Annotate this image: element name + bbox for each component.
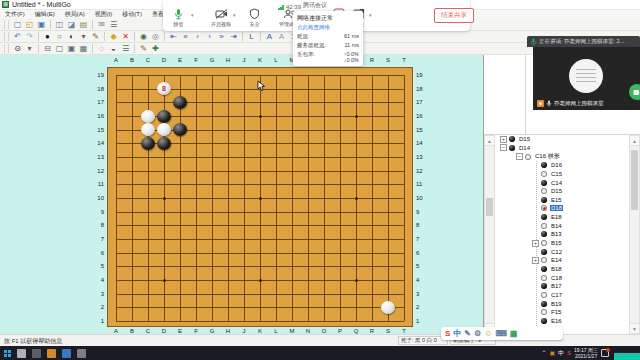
tree-node-label: B19 [550, 301, 563, 307]
coord-number-left: 8 [90, 222, 104, 228]
white-stone-s2 [381, 301, 395, 314]
black-stone-e15 [173, 123, 187, 136]
speaking-banner: 正在讲话: 乔老师网上围棋课堂: 2... [527, 36, 640, 47]
tray-sogou-icon[interactable]: S [567, 349, 571, 357]
setup-stone-icon[interactable]: ◐ [66, 32, 77, 42]
camera-icon [633, 89, 640, 96]
move-number-label: 8 [162, 85, 166, 92]
tree-node-label: C16 棋形 [534, 152, 561, 161]
coord-number-right: 1 [416, 318, 430, 324]
coord-number-right: 19 [416, 72, 430, 78]
tree-node-e18[interactable]: E18 [496, 213, 563, 222]
tree-node-label: B17 [550, 283, 563, 289]
caption-mic-icon [546, 100, 552, 107]
grid-line [276, 75, 277, 321]
grid-line [404, 75, 405, 321]
coord-letter-top: T [399, 57, 409, 63]
jump-branch-icon[interactable]: L [246, 32, 257, 42]
tree-node-label: C18 [550, 275, 563, 281]
copy-image-icon[interactable]: ◪ [66, 20, 77, 30]
coord-letter-top: L [271, 57, 281, 63]
tree-node-label: B14 [550, 223, 563, 229]
edit-label-icon[interactable]: ✎ [90, 32, 101, 42]
collapse-minus-icon[interactable]: − [500, 144, 507, 151]
coord-number-left: 7 [90, 236, 104, 242]
coord-number-left: 4 [90, 277, 104, 283]
black-stone-icon [541, 214, 547, 220]
taskbar-clock[interactable]: 19:17 周三 2021/1/27 [574, 347, 598, 359]
star-point [259, 197, 262, 200]
board-view-2-icon[interactable]: ▢ [54, 44, 65, 54]
white-stone-icon [541, 309, 547, 315]
coord-number-left: 17 [90, 99, 104, 105]
pen-icon[interactable]: ✎ [464, 329, 471, 339]
board-view-4-icon[interactable]: ▦ [78, 44, 89, 54]
input-chinese-icon[interactable]: 中 [453, 329, 461, 339]
coord-number-right: 2 [416, 304, 430, 310]
grid-line [388, 75, 389, 321]
coord-number-left: 13 [90, 154, 104, 160]
coord-number-right: 15 [416, 127, 430, 133]
coord-number-left: 15 [90, 127, 104, 133]
toolbox-icon[interactable]: ▦ [510, 329, 518, 339]
black-stone-icon [541, 162, 547, 168]
toolbar-separator [134, 32, 135, 41]
coord-number-right: 10 [416, 195, 430, 201]
star-point [355, 115, 358, 118]
menu-item-0[interactable]: 文件(F) [0, 10, 30, 19]
menu-item-1[interactable]: 编辑(E) [30, 10, 60, 19]
window-title: Untitled * - MultiGo [12, 1, 71, 8]
toolbar-separator [242, 32, 243, 41]
end-share-button[interactable]: 结束共享 [434, 8, 474, 23]
tree-node-d15[interactable]: +D15 [496, 135, 531, 144]
nav-fwd10-icon[interactable]: » [216, 32, 227, 42]
star-point [259, 115, 262, 118]
star-point [163, 279, 166, 282]
tree-node-label: B13 [550, 231, 563, 237]
tree-node-label: C15 [550, 171, 563, 177]
mark-letter-b-icon[interactable]: A [276, 32, 287, 42]
tree-node-b17[interactable]: B17 [496, 282, 563, 291]
annotate-pencil-icon[interactable]: ✎ [138, 44, 149, 54]
coord-number-left: 12 [90, 168, 104, 174]
coord-number-right: 7 [416, 236, 430, 242]
tree-node-c18[interactable]: C18 [496, 273, 563, 282]
mark-letter-a-icon[interactable]: A [264, 32, 275, 42]
network-status-panel: 网络连接正常 点此检查网络 延迟:61 ms 服务器延迟:11 ms 丢包率: … [293, 11, 363, 66]
hand-cursor-icon [256, 80, 266, 92]
coord-number-left: 6 [90, 250, 104, 256]
white-stone-icon [541, 292, 547, 298]
coord-letter-top: A [111, 57, 121, 63]
coord-letter-top: C [143, 57, 153, 63]
coord-number-left: 10 [90, 195, 104, 201]
grid-line [116, 253, 404, 254]
coord-letter-top: F [191, 57, 201, 63]
screen: ⊞ Untitled * - MultiGo 文件(F)编辑(E)棋局(A)视图… [0, 0, 640, 360]
current-move-marker [543, 207, 546, 210]
black-stone-icon [541, 180, 547, 186]
microphone-icon [173, 8, 184, 20]
nav-next-icon[interactable]: › [204, 32, 215, 42]
coord-letter-top: H [223, 57, 233, 63]
black-stone-icon [541, 266, 547, 272]
black-stone-d16 [157, 110, 171, 123]
sogou-input-toolbar[interactable]: S中✎⚙☺⌨▦ [441, 327, 563, 340]
coord-number-right: 18 [416, 86, 430, 92]
black-stone-icon [541, 283, 547, 289]
save-file-icon[interactable]: ▣ [36, 20, 47, 30]
expand-plus-icon[interactable]: + [532, 240, 539, 247]
globe-icon[interactable]: ◉ [138, 32, 149, 42]
menu-item-4[interactable]: 移动(T) [117, 10, 147, 19]
board-view-3-icon[interactable]: ▣ [66, 44, 77, 54]
tree-node-b18[interactable]: B18 [496, 265, 563, 274]
toolbar-separator [38, 32, 39, 41]
black-stone-d14 [157, 137, 171, 150]
tree-node-d16[interactable]: D16 [496, 161, 563, 170]
coord-letter-top: K [255, 57, 265, 63]
mouse-cursor [256, 78, 266, 96]
toolbar-separator [50, 20, 51, 29]
settings-gear-icon[interactable]: ⚙ [474, 329, 481, 339]
coord-number-right: 13 [416, 154, 430, 160]
tree-node-label: E18 [550, 214, 563, 220]
scroll-up-icon[interactable]: ▲ [485, 136, 494, 146]
speaking-mic-icon [530, 38, 537, 46]
black-stone-e17 [173, 96, 187, 109]
globe-outline-icon[interactable]: ◎ [150, 32, 161, 42]
collapse-minus-icon[interactable]: − [516, 153, 523, 160]
taskbar-app-5[interactable] [77, 349, 86, 358]
tree-node-label: C14 [550, 180, 563, 186]
scrollbar-thumb[interactable] [631, 150, 638, 210]
coord-number-right: 9 [416, 209, 430, 215]
star-point [259, 279, 262, 282]
scroll-down-icon[interactable]: ▼ [630, 323, 639, 333]
packet-loss-down: ↓0.0% [344, 57, 359, 63]
expand-plus-icon[interactable]: + [532, 257, 539, 264]
tree-node-label: D15 [550, 188, 563, 194]
grid-line [116, 212, 404, 213]
coord-number-right: 11 [416, 181, 430, 187]
latency-value: 61 ms [344, 33, 359, 40]
tree-node-label: C12 [550, 249, 563, 255]
presenter-avatar-icon [537, 100, 544, 107]
white-stone-icon [541, 240, 547, 246]
network-check-link[interactable]: 点此检查网络 [297, 24, 359, 31]
taskbar-app-3[interactable] [47, 349, 56, 358]
open-file-icon[interactable]: ◱ [24, 20, 35, 30]
server-latency-value: 11 ms [344, 42, 359, 49]
video-logo-circle [569, 59, 603, 93]
coord-letter-top: D [159, 57, 169, 63]
video-caption: 乔老师网上围棋课堂 [537, 100, 604, 107]
add-node-icon[interactable]: ✚ [150, 44, 161, 54]
notification-badge [606, 348, 610, 352]
server-latency-label: 服务器延迟: [297, 42, 326, 49]
start-button[interactable] [0, 346, 14, 360]
grid-line [292, 75, 293, 321]
tree-node-label: E14 [550, 257, 563, 263]
play-white-stone-icon[interactable]: ○ [54, 32, 65, 42]
grid-line [116, 225, 404, 226]
white-stone-icon [541, 205, 547, 211]
coord-number-left: 5 [90, 263, 104, 269]
tree-node-b15[interactable]: +B15 [496, 239, 563, 248]
star-point [355, 279, 358, 282]
security-button[interactable]: 安全 [249, 8, 260, 27]
share-options-caret-icon[interactable]: ▾ [369, 12, 372, 18]
tray-ime-icon[interactable]: 中 [558, 349, 564, 357]
toolbar-separator [104, 32, 105, 41]
coord-number-right: 14 [416, 140, 430, 146]
black-stone-icon [541, 249, 547, 255]
tree-node-label: E16 [550, 318, 563, 324]
shield-icon [249, 8, 260, 20]
black-stone-icon [541, 197, 547, 203]
next-stone-color-icon[interactable]: ⊙ [12, 44, 23, 54]
emoji-icon[interactable]: ☺ [484, 329, 492, 339]
coord-letter-top: J [239, 57, 249, 63]
tree-node-label: E15 [550, 197, 563, 203]
star-point [355, 197, 358, 200]
coord-number-right: 16 [416, 113, 430, 119]
tree-node-b13[interactable]: B13 [496, 230, 563, 239]
tray-expand-icon[interactable]: ⌃ [541, 349, 546, 357]
taskbar-apps [14, 349, 89, 358]
toolbar-separator [38, 44, 39, 53]
grid-line [116, 239, 404, 240]
half-stone-icon[interactable]: ◒ [108, 44, 119, 54]
paste-board-icon[interactable]: ▤ [78, 20, 89, 30]
tree-node-c14[interactable]: C14 [496, 178, 563, 187]
white-stone-icon [541, 223, 547, 229]
tree-node-label: F15 [550, 309, 562, 315]
coord-number-right: 12 [416, 168, 430, 174]
white-stone-icon [541, 257, 547, 263]
mark-icon[interactable]: ◆ [108, 32, 119, 42]
white-stone-icon [541, 188, 547, 194]
coord-number-left: 14 [90, 140, 104, 146]
coord-number-right: 17 [416, 99, 430, 105]
nav-first-icon[interactable]: ⇤ [168, 32, 179, 42]
coord-letter-top: R [367, 57, 377, 63]
toolbar-separator [260, 32, 261, 41]
tree-node-c15[interactable]: C15 [496, 170, 563, 179]
print-icon[interactable]: ☰ [108, 20, 119, 30]
white-stone-d15 [157, 123, 171, 136]
keyboard-icon[interactable]: ⌨ [495, 329, 507, 339]
coord-number-left: 11 [90, 181, 104, 187]
network-status-title: 网络连接正常 [297, 14, 359, 23]
toolbar-separator [92, 44, 93, 53]
tree-node-label: D14 [518, 145, 531, 151]
toolbar-grip [4, 44, 9, 53]
tree-panel-divider-vertical [525, 55, 526, 134]
scroll-up-icon[interactable]: ▲ [630, 136, 639, 146]
go-board[interactable]: 8 [107, 67, 413, 327]
taskbar: ⌃▣中S 19:17 周三 2021/1/27 [0, 346, 640, 360]
taskbar-app-4[interactable] [62, 349, 71, 358]
meeting-app-name: 腾讯会议 [303, 1, 327, 10]
toolbar-separator [134, 44, 135, 53]
meeting-floating-ball[interactable] [629, 84, 640, 100]
board-view-1-icon[interactable]: ⊟ [42, 44, 53, 54]
white-stone-icon [541, 171, 547, 177]
redo-icon[interactable]: ↷ [24, 32, 35, 42]
grid-line [372, 75, 373, 321]
tree-node-d14[interactable]: −D14 [496, 144, 531, 153]
coord-letter-top: E [175, 57, 185, 63]
grid-line [340, 75, 341, 321]
undo-icon[interactable]: ↶ [12, 32, 23, 42]
nav-back10-icon[interactable]: « [180, 32, 191, 42]
tree-node-b19[interactable]: B19 [496, 299, 563, 308]
toolbar-separator [92, 20, 93, 29]
copy-board-icon[interactable]: ◫ [54, 20, 65, 30]
black-stone-icon [509, 136, 515, 142]
coord-number-left: 3 [90, 291, 104, 297]
grid-line [116, 266, 404, 267]
coord-number-left: 16 [90, 113, 104, 119]
tree-node-c17[interactable]: C17 [496, 291, 563, 300]
black-stone-icon [541, 231, 547, 237]
black-stone-icon [509, 145, 515, 151]
grid-line [324, 75, 325, 321]
coord-number-left: 18 [90, 86, 104, 92]
clock-date: 2021/1/27 [574, 353, 598, 359]
toolbar-separator [164, 32, 165, 41]
status-help-text: 按 F1 以获得帮助信息 [4, 337, 62, 346]
white-stone-c15 [141, 123, 155, 136]
windows-logo-icon [4, 350, 11, 357]
tree-node-e16[interactable]: E16 [496, 317, 563, 326]
tree-node-list: +D15−D14−C16 棋形D16C15C14D15E15D18E18B14B… [496, 135, 628, 334]
grid-line [116, 294, 404, 295]
taskbar-app-2[interactable] [32, 349, 41, 358]
tree-node-label: B18 [550, 266, 563, 272]
coord-number-left: 19 [90, 72, 104, 78]
white-stone-d18: 8 [157, 82, 171, 95]
tree-node-d18[interactable]: D18 [496, 204, 563, 213]
export-icon[interactable]: ✉ [96, 20, 107, 30]
tree-node-f15[interactable]: F15 [496, 308, 562, 317]
show-desktop-button[interactable] [614, 353, 640, 360]
scrollbar-thumb[interactable] [486, 198, 493, 216]
nav-last-icon[interactable]: ⇥ [228, 32, 239, 42]
menu-item-2[interactable]: 棋局(A) [60, 10, 90, 19]
latency-label: 延迟: [297, 33, 310, 40]
start-video-button[interactable]: 开启视频 [211, 8, 231, 27]
stone-dropdown-caret-icon[interactable]: ▾ [78, 32, 89, 42]
tray-app-icon[interactable]: ▣ [549, 349, 555, 357]
tree-node-label: B15 [550, 240, 563, 246]
toolbar-grip [4, 20, 9, 29]
notification-icon[interactable] [601, 349, 609, 357]
tree-scrollbar-left[interactable]: ▲ ▼ [484, 135, 495, 334]
tree-view-icon[interactable]: ☰ [120, 44, 131, 54]
coord-number-left: 1 [90, 318, 104, 324]
mute-options-caret-icon[interactable]: ▾ [191, 12, 194, 18]
grid-line [116, 307, 404, 308]
menu-item-3[interactable]: 视图(I) [90, 10, 118, 19]
tree-node-label: D16 [550, 162, 563, 168]
play-black-stone-icon[interactable]: ● [42, 32, 53, 42]
sogou-logo-icon[interactable]: S [445, 329, 450, 339]
coord-letter-top: B [127, 57, 137, 63]
coord-letter-top: S [383, 57, 393, 63]
tree-node-c16[interactable]: −C16 棋形 [496, 152, 561, 161]
tree-node-label: D18 [550, 205, 563, 211]
coord-number-right: 6 [416, 250, 430, 256]
coord-number-right: 8 [416, 222, 430, 228]
taskbar-app-1[interactable] [17, 349, 26, 358]
tree-node-e14[interactable]: +E14 [496, 256, 563, 265]
black-stone-icon [541, 301, 547, 307]
color-dropdown-caret-icon[interactable]: ▾ [24, 44, 35, 54]
white-stone-icon [525, 154, 531, 160]
tree-node-b14[interactable]: B14 [496, 222, 563, 231]
tree-node-c12[interactable]: C12 [496, 247, 563, 256]
tree-node-e15[interactable]: E15 [496, 196, 563, 205]
white-stone-icon [541, 275, 547, 281]
white-stone-c16 [141, 110, 155, 123]
tree-node-d15[interactable]: D15 [496, 187, 563, 196]
coord-number-right: 4 [416, 277, 430, 283]
coord-number-left: 9 [90, 209, 104, 215]
black-stone-c14 [141, 137, 155, 150]
grid-line [116, 321, 404, 322]
star-point [163, 197, 166, 200]
black-stone-icon [541, 318, 547, 324]
video-options-caret-icon[interactable]: ▾ [233, 12, 236, 18]
speaking-text: 正在讲话: 乔老师网上围棋课堂: 2... [539, 38, 624, 45]
expand-plus-icon[interactable]: + [500, 136, 507, 143]
coord-number-right: 5 [416, 263, 430, 269]
nav-prev-icon[interactable]: ‹ [192, 32, 203, 42]
new-file-icon[interactable]: ▢ [12, 20, 23, 30]
coord-number-right: 3 [416, 291, 430, 297]
coord-letter-top: G [207, 57, 217, 63]
tree-node-label: C17 [550, 292, 563, 298]
mute-button[interactable]: 静音 [173, 8, 184, 27]
tree-node-label: D15 [518, 136, 531, 142]
meeting-video-window[interactable]: 乔老师网上围棋课堂 [533, 47, 640, 110]
video-caption-text: 乔老师网上围棋课堂 [554, 100, 604, 107]
grid-line [308, 75, 309, 321]
ghost-stone-icon[interactable]: ◌ [96, 44, 107, 54]
camera-off-icon [215, 8, 228, 20]
tree-scrollbar-right[interactable]: ▲ ▼ [629, 135, 640, 334]
toolbar-grip [4, 32, 9, 41]
multigo-app-icon: ⊞ [2, 1, 9, 8]
coord-number-left: 2 [90, 304, 104, 310]
delete-node-icon[interactable]: ✕ [120, 32, 131, 42]
packet-loss-label: 丢包率: [297, 51, 315, 63]
